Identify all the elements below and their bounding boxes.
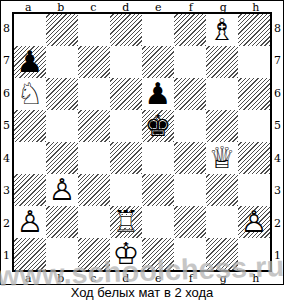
rank-labels-right: 87654321 bbox=[272, 12, 283, 272]
square-f2[interactable] bbox=[174, 206, 206, 238]
square-c8[interactable] bbox=[78, 14, 110, 46]
file-labels-bottom: abcdefgh bbox=[12, 272, 272, 284]
square-b6[interactable] bbox=[46, 78, 78, 110]
file-label-bottom-h: h bbox=[240, 272, 273, 284]
piece-glyph: ♚ bbox=[142, 110, 174, 142]
rank-labels-left: 87654321 bbox=[1, 12, 12, 272]
rank-label-right-7: 7 bbox=[272, 45, 283, 78]
file-label-bottom-b: b bbox=[45, 272, 78, 284]
square-f8[interactable] bbox=[174, 14, 206, 46]
square-h5[interactable] bbox=[238, 110, 270, 142]
rank-label-right-1: 1 bbox=[272, 240, 283, 273]
square-a5[interactable] bbox=[14, 110, 46, 142]
piece-glyph: ♟ bbox=[14, 46, 46, 78]
square-e7[interactable] bbox=[142, 46, 174, 78]
rank-label-left-3: 3 bbox=[1, 175, 12, 208]
rank-label-left-2: 2 bbox=[1, 207, 12, 240]
square-a7[interactable]: ♟♟ bbox=[14, 46, 46, 78]
square-b2[interactable] bbox=[46, 206, 78, 238]
square-f3[interactable] bbox=[174, 174, 206, 206]
square-g3[interactable] bbox=[206, 174, 238, 206]
square-b7[interactable] bbox=[46, 46, 78, 78]
square-e4[interactable] bbox=[142, 142, 174, 174]
puzzle-caption: Ход белых мат в 2 хода bbox=[0, 285, 284, 300]
file-label-bottom-d: d bbox=[110, 272, 143, 284]
square-g6[interactable] bbox=[206, 78, 238, 110]
square-f5[interactable] bbox=[174, 110, 206, 142]
piece-white-rook-d2[interactable]: ♜♖ bbox=[110, 206, 142, 238]
rank-label-left-8: 8 bbox=[1, 12, 12, 45]
square-a2[interactable]: ♟♙ bbox=[14, 206, 46, 238]
square-f1[interactable] bbox=[174, 238, 206, 270]
piece-white-queen-g4[interactable]: ♛♕ bbox=[206, 142, 238, 174]
square-c1[interactable] bbox=[78, 238, 110, 270]
rank-label-left-5: 5 bbox=[1, 110, 12, 143]
piece-glyph: ♔ bbox=[110, 238, 142, 270]
square-c6[interactable] bbox=[78, 78, 110, 110]
square-a1[interactable] bbox=[14, 238, 46, 270]
square-b5[interactable] bbox=[46, 110, 78, 142]
rank-label-left-4: 4 bbox=[1, 142, 12, 175]
piece-white-bishop-g8[interactable]: ♝♗ bbox=[206, 14, 238, 46]
piece-white-pawn-b3[interactable]: ♟♙ bbox=[46, 174, 78, 206]
square-a4[interactable] bbox=[14, 142, 46, 174]
square-e1[interactable] bbox=[142, 238, 174, 270]
square-f6[interactable] bbox=[174, 78, 206, 110]
square-g8[interactable]: ♝♗ bbox=[206, 14, 238, 46]
square-c4[interactable] bbox=[78, 142, 110, 174]
chess-board: ♝♗♟♟♞♘♟♟♚♚♛♕♟♙♟♙♜♖♟♙♚♔ bbox=[12, 12, 272, 272]
piece-glyph: ♕ bbox=[206, 142, 238, 174]
piece-white-pawn-h2[interactable]: ♟♙ bbox=[238, 206, 270, 238]
square-e2[interactable] bbox=[142, 206, 174, 238]
rank-label-left-7: 7 bbox=[1, 45, 12, 78]
square-e8[interactable] bbox=[142, 14, 174, 46]
square-h7[interactable] bbox=[238, 46, 270, 78]
piece-glyph: ♗ bbox=[206, 14, 238, 46]
piece-white-knight-a6[interactable]: ♞♘ bbox=[14, 78, 46, 110]
square-d2[interactable]: ♜♖ bbox=[110, 206, 142, 238]
square-b1[interactable] bbox=[46, 238, 78, 270]
square-d7[interactable] bbox=[110, 46, 142, 78]
piece-glyph: ♙ bbox=[14, 206, 46, 238]
square-b4[interactable] bbox=[46, 142, 78, 174]
square-c7[interactable] bbox=[78, 46, 110, 78]
piece-black-pawn-e6[interactable]: ♟♟ bbox=[142, 78, 174, 110]
rank-label-left-1: 1 bbox=[1, 240, 12, 273]
square-b3[interactable]: ♟♙ bbox=[46, 174, 78, 206]
square-d6[interactable] bbox=[110, 78, 142, 110]
square-h3[interactable] bbox=[238, 174, 270, 206]
square-d4[interactable] bbox=[110, 142, 142, 174]
square-a6[interactable]: ♞♘ bbox=[14, 78, 46, 110]
file-label-bottom-f: f bbox=[175, 272, 208, 284]
file-label-bottom-a: a bbox=[12, 272, 45, 284]
piece-glyph: ♖ bbox=[110, 206, 142, 238]
square-h2[interactable]: ♟♙ bbox=[238, 206, 270, 238]
piece-glyph: ♙ bbox=[46, 174, 78, 206]
rank-label-right-5: 5 bbox=[272, 110, 283, 143]
square-f7[interactable] bbox=[174, 46, 206, 78]
square-f4[interactable] bbox=[174, 142, 206, 174]
square-g2[interactable] bbox=[206, 206, 238, 238]
square-d3[interactable] bbox=[110, 174, 142, 206]
rank-label-right-2: 2 bbox=[272, 207, 283, 240]
rank-label-left-6: 6 bbox=[1, 77, 12, 110]
square-h1[interactable] bbox=[238, 238, 270, 270]
square-e6[interactable]: ♟♟ bbox=[142, 78, 174, 110]
file-label-bottom-g: g bbox=[207, 272, 240, 284]
square-c3[interactable] bbox=[78, 174, 110, 206]
square-e5[interactable]: ♚♚ bbox=[142, 110, 174, 142]
file-label-bottom-c: c bbox=[77, 272, 110, 284]
square-g7[interactable] bbox=[206, 46, 238, 78]
file-label-bottom-e: e bbox=[142, 272, 175, 284]
piece-white-king-d1[interactable]: ♚♔ bbox=[110, 238, 142, 270]
piece-black-king-e5[interactable]: ♚♚ bbox=[142, 110, 174, 142]
square-d5[interactable] bbox=[110, 110, 142, 142]
square-g1[interactable] bbox=[206, 238, 238, 270]
square-e3[interactable] bbox=[142, 174, 174, 206]
piece-black-pawn-a7[interactable]: ♟♟ bbox=[14, 46, 46, 78]
square-a8[interactable] bbox=[14, 14, 46, 46]
square-g4[interactable]: ♛♕ bbox=[206, 142, 238, 174]
piece-white-pawn-a2[interactable]: ♟♙ bbox=[14, 206, 46, 238]
rank-label-right-3: 3 bbox=[272, 175, 283, 208]
piece-glyph: ♘ bbox=[14, 78, 46, 110]
rank-label-right-8: 8 bbox=[272, 12, 283, 45]
square-h6[interactable] bbox=[238, 78, 270, 110]
piece-glyph: ♟ bbox=[142, 78, 174, 110]
rank-label-right-6: 6 bbox=[272, 77, 283, 110]
square-a3[interactable] bbox=[14, 174, 46, 206]
square-b8[interactable] bbox=[46, 14, 78, 46]
chess-diagram: abcdefgh 87654321 87654321 abcdefgh ♝♗♟♟… bbox=[0, 0, 284, 300]
square-c2[interactable] bbox=[78, 206, 110, 238]
piece-glyph: ♙ bbox=[238, 206, 270, 238]
square-d1[interactable]: ♚♔ bbox=[110, 238, 142, 270]
square-h8[interactable] bbox=[238, 14, 270, 46]
square-h4[interactable] bbox=[238, 142, 270, 174]
square-c5[interactable] bbox=[78, 110, 110, 142]
square-g5[interactable] bbox=[206, 110, 238, 142]
square-d8[interactable] bbox=[110, 14, 142, 46]
rank-label-right-4: 4 bbox=[272, 142, 283, 175]
